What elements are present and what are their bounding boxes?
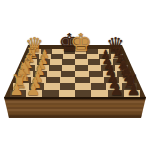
board-row (13, 83, 137, 90)
board-square-e2 (75, 83, 91, 90)
board-square-d2 (60, 83, 76, 90)
board-apron (4, 97, 146, 118)
chess-set-photo: ♛♚♚♛♜♟♟♜♝♟♟♝♝♟♟♝♞♟♟♞♞♟♟♞♜♟♟♜♟♟♟♟ (0, 0, 150, 150)
board-square-c2 (44, 83, 60, 90)
board-square-d1 (59, 90, 75, 97)
board-square-e1 (75, 90, 91, 97)
board-square-c1 (42, 90, 58, 97)
board-square-b2 (29, 83, 45, 90)
board-square-h2 (122, 83, 138, 90)
board-square-h1 (124, 90, 140, 97)
board-square-g1 (108, 90, 124, 97)
board-square-f2 (91, 83, 107, 90)
board-row (10, 90, 141, 97)
board-square-g2 (106, 83, 122, 90)
board-square-a1 (10, 90, 26, 97)
board-square-a2 (13, 83, 29, 90)
board-square-f1 (91, 90, 107, 97)
board-square-b1 (26, 90, 42, 97)
